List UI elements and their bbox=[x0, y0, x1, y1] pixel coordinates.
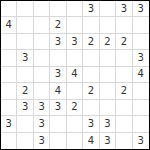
cell-r3c2[interactable] bbox=[17, 34, 33, 50]
cell-r4c6[interactable] bbox=[83, 50, 99, 66]
cell-r8c2[interactable] bbox=[17, 116, 33, 132]
clue-cell-r3c4: 3 bbox=[50, 34, 66, 50]
cell-r8c5[interactable] bbox=[67, 116, 83, 132]
cell-r1c1[interactable] bbox=[1, 1, 17, 17]
clue-cell-r6c8: 2 bbox=[116, 83, 132, 99]
cell-r6c5[interactable] bbox=[67, 83, 83, 99]
cell-r7c8[interactable] bbox=[116, 100, 132, 116]
clue-cell-r8c6: 3 bbox=[83, 116, 99, 132]
clue-cell-r8c1: 3 bbox=[1, 116, 17, 132]
clue-cell-r1c9: 3 bbox=[133, 1, 149, 17]
cell-r8c4[interactable] bbox=[50, 116, 66, 132]
clue-cell-r7c5: 2 bbox=[67, 100, 83, 116]
clue-cell-r7c3: 3 bbox=[34, 100, 50, 116]
cell-r4c5[interactable] bbox=[67, 50, 83, 66]
cell-r1c5[interactable] bbox=[67, 1, 83, 17]
cell-r5c2[interactable] bbox=[17, 67, 33, 83]
clue-cell-r9c7: 3 bbox=[100, 133, 116, 149]
cell-r5c1[interactable] bbox=[1, 67, 17, 83]
cell-r3c9[interactable] bbox=[133, 34, 149, 50]
cell-r6c3[interactable] bbox=[34, 83, 50, 99]
cell-r9c4[interactable] bbox=[50, 133, 66, 149]
clue-cell-r3c6: 2 bbox=[83, 34, 99, 50]
clue-cell-r5c4: 3 bbox=[50, 67, 66, 83]
cell-r8c8[interactable] bbox=[116, 116, 132, 132]
clue-cell-r8c3: 3 bbox=[34, 116, 50, 132]
clue-cell-r9c9: 3 bbox=[133, 133, 149, 149]
clue-cell-r4c9: 3 bbox=[133, 50, 149, 66]
cell-r4c7[interactable] bbox=[100, 50, 116, 66]
clue-cell-r4c2: 3 bbox=[17, 50, 33, 66]
cell-r4c3[interactable] bbox=[34, 50, 50, 66]
clue-cell-r6c2: 2 bbox=[17, 83, 33, 99]
cell-r7c9[interactable] bbox=[133, 100, 149, 116]
cell-r3c3[interactable] bbox=[34, 34, 50, 50]
clue-cell-r9c6: 4 bbox=[83, 133, 99, 149]
cell-r6c1[interactable] bbox=[1, 83, 17, 99]
cell-r9c2[interactable] bbox=[17, 133, 33, 149]
clue-cell-r3c5: 3 bbox=[67, 34, 83, 50]
clue-cell-r5c5: 4 bbox=[67, 67, 83, 83]
clue-cell-r6c6: 2 bbox=[83, 83, 99, 99]
clue-cell-r7c4: 3 bbox=[50, 100, 66, 116]
cell-r2c3[interactable] bbox=[34, 17, 50, 33]
cell-r5c8[interactable] bbox=[116, 67, 132, 83]
clue-cell-r6c4: 4 bbox=[50, 83, 66, 99]
cell-r7c1[interactable] bbox=[1, 100, 17, 116]
cell-r5c6[interactable] bbox=[83, 67, 99, 83]
cell-r9c5[interactable] bbox=[67, 133, 83, 149]
cell-r1c7[interactable] bbox=[100, 1, 116, 17]
cell-r6c9[interactable] bbox=[133, 83, 149, 99]
clue-cell-r1c8: 3 bbox=[116, 1, 132, 17]
cell-r1c2[interactable] bbox=[17, 1, 33, 17]
cell-r7c6[interactable] bbox=[83, 100, 99, 116]
cell-r6c7[interactable] bbox=[100, 83, 116, 99]
clue-cell-r7c2: 3 bbox=[17, 100, 33, 116]
clue-cell-r2c4: 2 bbox=[50, 17, 66, 33]
clue-cell-r3c7: 2 bbox=[100, 34, 116, 50]
cell-r4c8[interactable] bbox=[116, 50, 132, 66]
cell-r2c6[interactable] bbox=[83, 17, 99, 33]
cell-r2c9[interactable] bbox=[133, 17, 149, 33]
cell-r2c7[interactable] bbox=[100, 17, 116, 33]
cell-r3c1[interactable] bbox=[1, 34, 17, 50]
clue-cell-r1c6: 3 bbox=[83, 1, 99, 17]
cell-r4c1[interactable] bbox=[1, 50, 17, 66]
cell-r1c3[interactable] bbox=[34, 1, 50, 17]
clue-cell-r9c3: 3 bbox=[34, 133, 50, 149]
cell-r9c1[interactable] bbox=[1, 133, 17, 149]
cell-r7c7[interactable] bbox=[100, 100, 116, 116]
clue-cell-r5c9: 4 bbox=[133, 67, 149, 83]
puzzle-board: 3334233222333442422333233333433 bbox=[0, 0, 150, 150]
cell-r9c8[interactable] bbox=[116, 133, 132, 149]
cell-r2c8[interactable] bbox=[116, 17, 132, 33]
cell-r2c2[interactable] bbox=[17, 17, 33, 33]
clue-cell-r8c7: 3 bbox=[100, 116, 116, 132]
cell-r5c3[interactable] bbox=[34, 67, 50, 83]
cell-r2c5[interactable] bbox=[67, 17, 83, 33]
cell-r8c9[interactable] bbox=[133, 116, 149, 132]
cell-r5c7[interactable] bbox=[100, 67, 116, 83]
clue-cell-r3c8: 2 bbox=[116, 34, 132, 50]
clue-cell-r2c1: 4 bbox=[1, 17, 17, 33]
cell-r1c4[interactable] bbox=[50, 1, 66, 17]
cell-r4c4[interactable] bbox=[50, 50, 66, 66]
